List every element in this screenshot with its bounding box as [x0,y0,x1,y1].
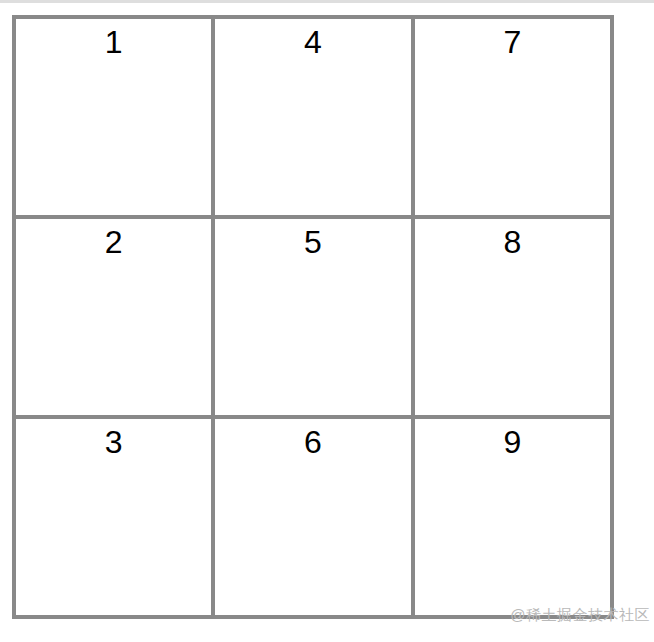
cell-r3c1[interactable]: 3 [16,419,211,615]
cell-r3c3[interactable]: 9 [415,419,610,615]
cell-number: 2 [105,226,123,258]
cell-number: 4 [304,26,322,58]
cell-number: 1 [105,26,123,58]
cell-r1c3[interactable]: 7 [415,19,610,215]
cell-r1c1[interactable]: 1 [16,19,211,215]
grid-board: 1 4 7 2 5 8 3 6 9 [12,15,614,619]
cell-r2c3[interactable]: 8 [415,219,610,415]
cell-r3c2[interactable]: 6 [215,419,410,615]
cell-number: 5 [304,226,322,258]
cell-number: 9 [503,426,521,458]
cell-r1c2[interactable]: 4 [215,19,410,215]
cell-number: 8 [503,226,521,258]
cell-number: 3 [105,426,123,458]
top-strip [0,0,654,3]
watermark: @稀土掘金技术社区 [510,605,650,625]
cell-number: 6 [304,426,322,458]
cell-number: 7 [503,26,521,58]
cell-r2c2[interactable]: 5 [215,219,410,415]
cell-r2c1[interactable]: 2 [16,219,211,415]
